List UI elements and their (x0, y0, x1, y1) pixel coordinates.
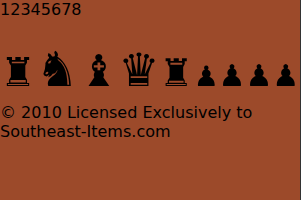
chess-photo-scene: 12345678 ♜♞♝♛♜♟♟♟♟♟♟♟♟♟♟♞♛♝♞♟♟♞ © 2010 L… (0, 0, 300, 200)
black-pawn-c7: ♟ (246, 58, 273, 93)
black-rook-h8: ♜ (160, 51, 194, 95)
black-pawn-d7: ♟ (273, 58, 300, 93)
black-pawn-a7: ♟ (194, 60, 219, 93)
black-bishop-c8: ♝ (79, 45, 118, 96)
stock-photo-watermark: © 2010 Licensed Exclusively to Southeast… (0, 103, 300, 141)
black-knight-b8: ♞ (36, 41, 79, 97)
black-queen-d8: ♛ (118, 43, 159, 97)
black-pawn-b7: ♟ (219, 58, 246, 93)
black-rook-a8: ♜ (0, 49, 36, 95)
black-pawn-g7: ♟ (300, 54, 301, 94)
